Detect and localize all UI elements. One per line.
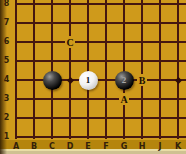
col-label-K: K (172, 142, 184, 152)
row-label-6: 6 (0, 37, 13, 47)
col-label-J: J (154, 142, 166, 152)
grid-line-row-8 (15, 3, 186, 5)
grid-line-row-1 (15, 136, 186, 138)
col-label-H: H (136, 142, 148, 152)
grid-line-row-2 (15, 117, 186, 119)
row-label-7: 7 (0, 18, 13, 28)
row-label-3: 3 (0, 94, 13, 104)
grid-line-row-5 (15, 60, 186, 62)
go-board[interactable]: 12ABC12345678ABCDEFGHJK (0, 0, 186, 154)
letter-mark-A[interactable]: A (119, 93, 129, 105)
stone-white-E4[interactable]: 1 (79, 71, 98, 90)
col-label-C: C (46, 142, 58, 152)
grid-line-row-6 (15, 41, 186, 43)
col-label-B: B (28, 142, 40, 152)
grid-line-row-3 (15, 98, 186, 100)
stone-black-C4[interactable] (43, 71, 62, 90)
col-label-A: A (10, 142, 22, 152)
col-label-G: G (118, 142, 130, 152)
move-number-2: 2 (122, 75, 127, 85)
letter-mark-C[interactable]: C (65, 36, 75, 48)
grid-line-row-7 (15, 22, 186, 24)
letter-mark-B[interactable]: B (137, 74, 147, 86)
star-point-K4 (174, 76, 181, 83)
grid-line-row-4 (15, 79, 186, 81)
row-label-1: 1 (0, 132, 13, 142)
col-label-D: D (64, 142, 76, 152)
stone-black-G4[interactable]: 2 (115, 71, 134, 90)
star-point-D4 (66, 76, 73, 83)
col-label-F: F (100, 142, 112, 152)
row-label-2: 2 (0, 113, 13, 123)
row-label-5: 5 (0, 56, 13, 66)
move-number-1: 1 (86, 75, 91, 85)
row-label-4: 4 (0, 75, 13, 85)
col-label-E: E (82, 142, 94, 152)
row-label-8: 8 (0, 0, 13, 9)
